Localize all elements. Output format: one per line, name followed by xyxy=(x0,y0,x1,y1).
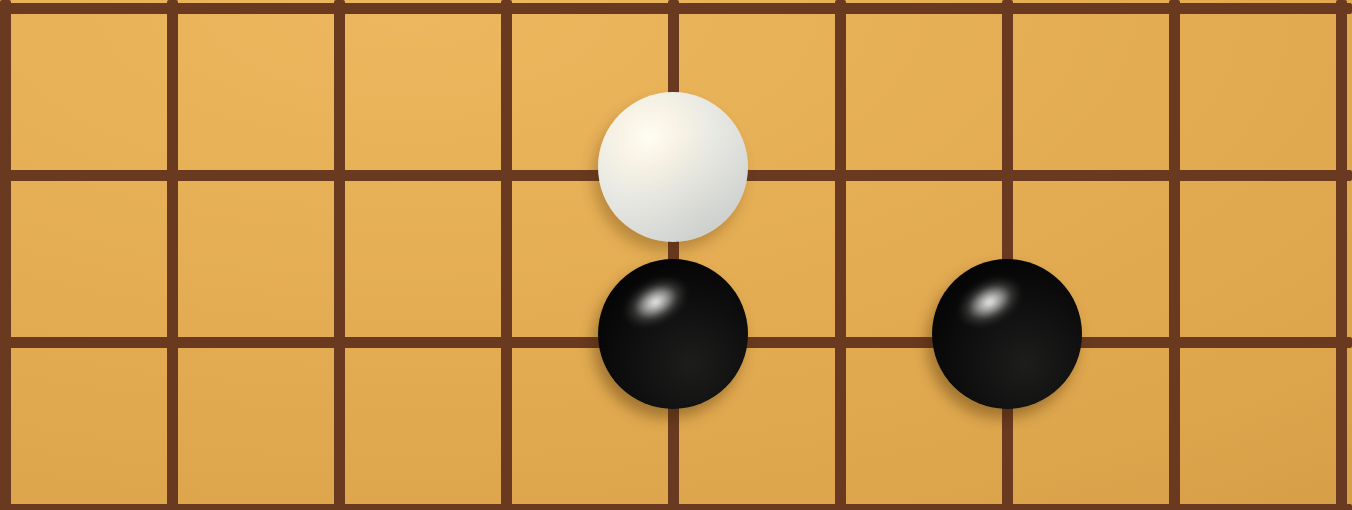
black-stone xyxy=(932,259,1082,409)
stones-layer xyxy=(0,0,1352,510)
white-stone xyxy=(598,92,748,242)
go-board[interactable] xyxy=(0,0,1352,510)
screenshot-root xyxy=(0,0,1352,510)
black-stone xyxy=(598,259,748,409)
